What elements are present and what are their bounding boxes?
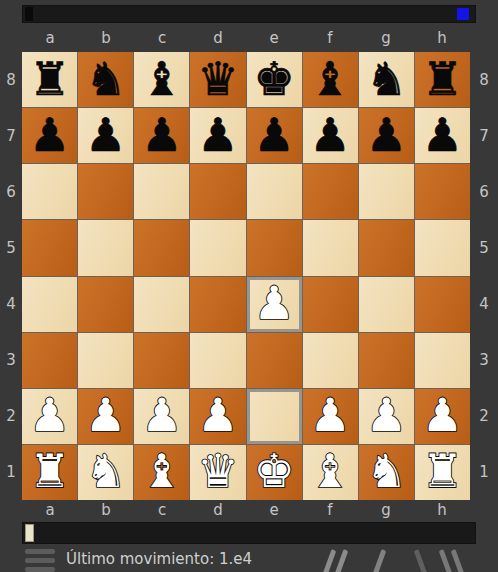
square-e6[interactable] [247,164,302,219]
square-b5[interactable] [78,220,133,275]
piece-black-knight: ♞ [366,56,407,102]
rank-label-4: 4 [470,276,498,332]
file-label-c: c [134,26,190,50]
piece-black-bishop: ♝ [310,56,351,102]
piece-white-pawn: ♟ [310,392,351,438]
piece-black-pawn: ♟ [85,112,126,158]
piece-black-pawn: ♟ [310,112,351,158]
file-label-g: g [358,499,414,521]
rank-label-1: 1 [0,444,22,500]
rank-label-1: 1 [470,444,498,500]
square-b6[interactable] [78,164,133,219]
rank-label-8: 8 [470,52,498,108]
file-label-d: d [190,26,246,50]
square-g1[interactable]: ♞ [359,445,414,500]
square-e4[interactable]: ♟ [247,277,302,332]
piece-white-bishop: ♝ [310,448,351,494]
rank-label-4: 4 [0,276,22,332]
square-d8[interactable]: ♛ [190,52,245,107]
square-f6[interactable] [303,164,358,219]
piece-white-pawn: ♟ [29,392,70,438]
square-d2[interactable]: ♟ [190,389,245,444]
square-h3[interactable] [415,333,470,388]
piece-black-pawn: ♟ [197,112,238,158]
piece-black-bishop: ♝ [141,56,182,102]
square-h4[interactable] [415,277,470,332]
piece-black-pawn: ♟ [422,112,463,158]
nav-first-move-icon[interactable] [326,549,350,572]
square-c3[interactable] [134,333,189,388]
file-label-d: d [190,499,246,521]
square-e3[interactable] [247,333,302,388]
rank-label-6: 6 [0,164,22,220]
square-c5[interactable] [134,220,189,275]
file-label-b: b [78,26,134,50]
piece-black-pawn: ♟ [366,112,407,158]
piece-white-pawn: ♟ [197,392,238,438]
square-b3[interactable] [78,333,133,388]
piece-black-knight: ♞ [85,56,126,102]
square-g2[interactable]: ♟ [359,389,414,444]
square-f2[interactable]: ♟ [303,389,358,444]
rank-label-2: 2 [470,388,498,444]
square-c7[interactable]: ♟ [134,108,189,163]
piece-white-pawn: ♟ [422,392,463,438]
chess-board[interactable]: ♜♞♝♛♚♝♞♜♟♟♟♟♟♟♟♟♟♟♟♟♟♟♟♟♜♞♝♛♚♝♞♜ [22,52,470,500]
square-c8[interactable]: ♝ [134,52,189,107]
rank-labels-right: 87654321 [470,52,498,500]
square-h5[interactable] [415,220,470,275]
square-e2[interactable] [247,389,302,444]
piece-white-rook: ♜ [422,448,463,494]
square-e5[interactable] [247,220,302,275]
square-c4[interactable] [134,277,189,332]
square-f4[interactable] [303,277,358,332]
square-e7[interactable]: ♟ [247,108,302,163]
rank-label-2: 2 [0,388,22,444]
piece-black-rook: ♜ [422,56,463,102]
nav-next-move-icon[interactable] [419,549,424,572]
square-f7[interactable]: ♟ [303,108,358,163]
square-c1[interactable]: ♝ [134,445,189,500]
square-g7[interactable]: ♟ [359,108,414,163]
file-label-h: h [414,499,470,521]
square-h1[interactable]: ♜ [415,445,470,500]
square-f5[interactable] [303,220,358,275]
file-label-a: a [22,26,78,50]
piece-white-pawn: ♟ [366,392,407,438]
square-d3[interactable] [190,333,245,388]
square-b4[interactable] [78,277,133,332]
square-a5[interactable] [22,220,77,275]
file-label-e: e [246,26,302,50]
rank-label-7: 7 [0,108,22,164]
square-c6[interactable] [134,164,189,219]
hamburger-menu-icon[interactable] [25,549,55,572]
rank-label-8: 8 [0,52,22,108]
file-label-e: e [246,499,302,521]
piece-white-pawn: ♟ [85,392,126,438]
square-g5[interactable] [359,220,414,275]
file-label-f: f [302,26,358,50]
square-c2[interactable]: ♟ [134,389,189,444]
square-f1[interactable]: ♝ [303,445,358,500]
square-a2[interactable]: ♟ [22,389,77,444]
piece-white-rook: ♜ [29,448,70,494]
file-labels-bottom: abcdefgh [22,499,470,521]
file-label-g: g [358,26,414,50]
square-f8[interactable]: ♝ [303,52,358,107]
piece-white-bishop: ♝ [141,448,182,494]
piece-black-rook: ♜ [29,56,70,102]
piece-black-pawn: ♟ [253,112,294,158]
square-f3[interactable] [303,333,358,388]
piece-white-pawn: ♟ [253,280,294,326]
square-g6[interactable] [359,164,414,219]
rank-label-5: 5 [0,220,22,276]
last-move-label: Último movimiento: 1.e4 [66,546,252,572]
top-scrollbar[interactable] [22,5,476,23]
file-label-c: c [134,499,190,521]
square-a6[interactable] [22,164,77,219]
piece-black-pawn: ♟ [29,112,70,158]
rank-label-3: 3 [470,332,498,388]
rank-label-5: 5 [470,220,498,276]
nav-last-move-icon[interactable] [444,549,468,572]
piece-white-knight: ♞ [366,448,407,494]
square-h2[interactable]: ♟ [415,389,470,444]
square-d6[interactable] [190,164,245,219]
square-d5[interactable] [190,220,245,275]
piece-white-pawn: ♟ [141,392,182,438]
square-b7[interactable]: ♟ [78,108,133,163]
file-label-b: b [78,499,134,521]
square-h6[interactable] [415,164,470,219]
rank-label-6: 6 [470,164,498,220]
square-g3[interactable] [359,333,414,388]
square-e1[interactable]: ♚ [247,445,302,500]
rank-labels-left: 87654321 [0,52,22,500]
square-h8[interactable]: ♜ [415,52,470,107]
square-d4[interactable] [190,277,245,332]
nav-previous-move-icon[interactable] [376,549,381,572]
piece-black-king: ♚ [253,56,294,102]
piece-black-queen: ♛ [197,56,238,102]
square-d1[interactable]: ♛ [190,445,245,500]
square-b8[interactable]: ♞ [78,52,133,107]
bottom-scrollbar-thumb[interactable] [25,524,34,542]
footer: Último movimiento: 1.e4 [0,546,498,572]
rank-label-3: 3 [0,332,22,388]
square-d7[interactable]: ♟ [190,108,245,163]
piece-white-knight: ♞ [85,448,126,494]
blue-marker-icon[interactable] [457,8,469,20]
square-a1[interactable]: ♜ [22,445,77,500]
piece-white-queen: ♛ [197,448,238,494]
file-label-a: a [22,499,78,521]
piece-white-king: ♚ [253,448,294,494]
square-a8[interactable]: ♜ [22,52,77,107]
top-scrollbar-thumb[interactable] [25,7,33,21]
square-b1[interactable]: ♞ [78,445,133,500]
square-h7[interactable]: ♟ [415,108,470,163]
bottom-scrollbar[interactable] [22,522,476,544]
square-b2[interactable]: ♟ [78,389,133,444]
file-label-f: f [302,499,358,521]
square-g4[interactable] [359,277,414,332]
rank-label-7: 7 [470,108,498,164]
move-navigation [326,549,468,572]
square-g8[interactable]: ♞ [359,52,414,107]
file-labels-top: abcdefgh [22,26,470,50]
file-label-h: h [414,26,470,50]
square-e8[interactable]: ♚ [247,52,302,107]
square-a7[interactable]: ♟ [22,108,77,163]
square-a4[interactable] [22,277,77,332]
piece-black-pawn: ♟ [141,112,182,158]
square-a3[interactable] [22,333,77,388]
